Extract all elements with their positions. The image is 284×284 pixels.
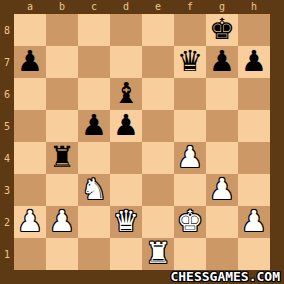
square-b3[interactable] xyxy=(46,174,78,206)
square-h3[interactable] xyxy=(238,174,270,206)
square-f8[interactable] xyxy=(174,14,206,46)
black-bishop[interactable]: ♝ xyxy=(113,79,139,108)
square-c1[interactable] xyxy=(78,238,110,270)
square-e5[interactable] xyxy=(142,110,174,142)
square-d6[interactable]: ♝ xyxy=(110,78,142,110)
white-pawn[interactable]: ♟ xyxy=(17,207,43,236)
square-a6[interactable] xyxy=(14,78,46,110)
white-queen[interactable]: ♛ xyxy=(113,207,139,236)
square-a5[interactable] xyxy=(14,110,46,142)
file-label-b: b xyxy=(46,0,78,14)
square-b4[interactable]: ♜ xyxy=(46,142,78,174)
square-f5[interactable] xyxy=(174,110,206,142)
file-label-h: h xyxy=(238,0,270,14)
square-c5[interactable]: ♟ xyxy=(78,110,110,142)
square-a2[interactable]: ♟ xyxy=(14,206,46,238)
square-e6[interactable] xyxy=(142,78,174,110)
square-e3[interactable] xyxy=(142,174,174,206)
square-c8[interactable] xyxy=(78,14,110,46)
square-b5[interactable] xyxy=(46,110,78,142)
file-label-d: d xyxy=(110,0,142,14)
square-c2[interactable] xyxy=(78,206,110,238)
square-f1[interactable] xyxy=(174,238,206,270)
square-g5[interactable] xyxy=(206,110,238,142)
square-d7[interactable] xyxy=(110,46,142,78)
watermark-text: CHESSGAMES.COM xyxy=(170,270,280,284)
square-c6[interactable] xyxy=(78,78,110,110)
black-king[interactable]: ♚ xyxy=(209,15,235,44)
file-label-c: c xyxy=(78,0,110,14)
square-b6[interactable] xyxy=(46,78,78,110)
square-g8[interactable]: ♚ xyxy=(206,14,238,46)
square-c3[interactable]: ♞ xyxy=(78,174,110,206)
square-h8[interactable] xyxy=(238,14,270,46)
square-g6[interactable] xyxy=(206,78,238,110)
black-pawn[interactable]: ♟ xyxy=(113,111,139,140)
square-b7[interactable] xyxy=(46,46,78,78)
square-f6[interactable] xyxy=(174,78,206,110)
square-g2[interactable] xyxy=(206,206,238,238)
rank-label-8: 8 xyxy=(0,14,14,46)
square-e8[interactable] xyxy=(142,14,174,46)
rank-label-4: 4 xyxy=(0,142,14,174)
square-b8[interactable] xyxy=(46,14,78,46)
square-e7[interactable] xyxy=(142,46,174,78)
square-a7[interactable]: ♟ xyxy=(14,46,46,78)
square-d3[interactable] xyxy=(110,174,142,206)
square-g4[interactable] xyxy=(206,142,238,174)
square-d8[interactable] xyxy=(110,14,142,46)
white-pawn[interactable]: ♟ xyxy=(177,143,203,172)
rank-label-3: 3 xyxy=(0,174,14,206)
square-c4[interactable] xyxy=(78,142,110,174)
white-rook[interactable]: ♜ xyxy=(145,239,171,268)
square-g7[interactable]: ♟ xyxy=(206,46,238,78)
square-b1[interactable] xyxy=(46,238,78,270)
square-h6[interactable] xyxy=(238,78,270,110)
square-a8[interactable] xyxy=(14,14,46,46)
file-label-f: f xyxy=(174,0,206,14)
square-d4[interactable] xyxy=(110,142,142,174)
square-f7[interactable]: ♛ xyxy=(174,46,206,78)
rank-label-2: 2 xyxy=(0,206,14,238)
square-e1[interactable]: ♜ xyxy=(142,238,174,270)
square-f2[interactable]: ♚ xyxy=(174,206,206,238)
square-c7[interactable] xyxy=(78,46,110,78)
square-h7[interactable]: ♟ xyxy=(238,46,270,78)
black-pawn[interactable]: ♟ xyxy=(81,111,107,140)
white-pawn[interactable]: ♟ xyxy=(209,175,235,204)
white-king[interactable]: ♚ xyxy=(177,207,203,236)
black-pawn[interactable]: ♟ xyxy=(241,47,267,76)
rank-label-7: 7 xyxy=(0,46,14,78)
square-h1[interactable] xyxy=(238,238,270,270)
rank-label-6: 6 xyxy=(0,78,14,110)
black-rook[interactable]: ♜ xyxy=(49,143,75,172)
square-g1[interactable] xyxy=(206,238,238,270)
white-pawn[interactable]: ♟ xyxy=(49,207,75,236)
square-a1[interactable] xyxy=(14,238,46,270)
file-label-a: a xyxy=(14,0,46,14)
chess-board: ♚♟♛♟♟♝♟♟♜♟♞♟♟♟♛♚♟♜ xyxy=(14,14,270,270)
square-h4[interactable] xyxy=(238,142,270,174)
square-a4[interactable] xyxy=(14,142,46,174)
square-a3[interactable] xyxy=(14,174,46,206)
square-d1[interactable] xyxy=(110,238,142,270)
square-d2[interactable]: ♛ xyxy=(110,206,142,238)
file-label-e: e xyxy=(142,0,174,14)
square-h2[interactable]: ♟ xyxy=(238,206,270,238)
square-e4[interactable] xyxy=(142,142,174,174)
square-g3[interactable]: ♟ xyxy=(206,174,238,206)
square-b2[interactable]: ♟ xyxy=(46,206,78,238)
square-f3[interactable] xyxy=(174,174,206,206)
black-pawn[interactable]: ♟ xyxy=(17,47,43,76)
rank-label-5: 5 xyxy=(0,110,14,142)
square-h5[interactable] xyxy=(238,110,270,142)
square-e2[interactable] xyxy=(142,206,174,238)
chess-diagram: abcdefgh 87654321 ♚♟♛♟♟♝♟♟♜♟♞♟♟♟♛♚♟♜ CHE… xyxy=(0,0,284,284)
rank-label-1: 1 xyxy=(0,238,14,270)
white-pawn[interactable]: ♟ xyxy=(241,207,267,236)
square-d5[interactable]: ♟ xyxy=(110,110,142,142)
black-pawn[interactable]: ♟ xyxy=(209,47,235,76)
black-queen[interactable]: ♛ xyxy=(177,47,203,76)
white-knight[interactable]: ♞ xyxy=(81,175,107,204)
square-f4[interactable]: ♟ xyxy=(174,142,206,174)
rank-labels: 87654321 xyxy=(0,14,14,270)
